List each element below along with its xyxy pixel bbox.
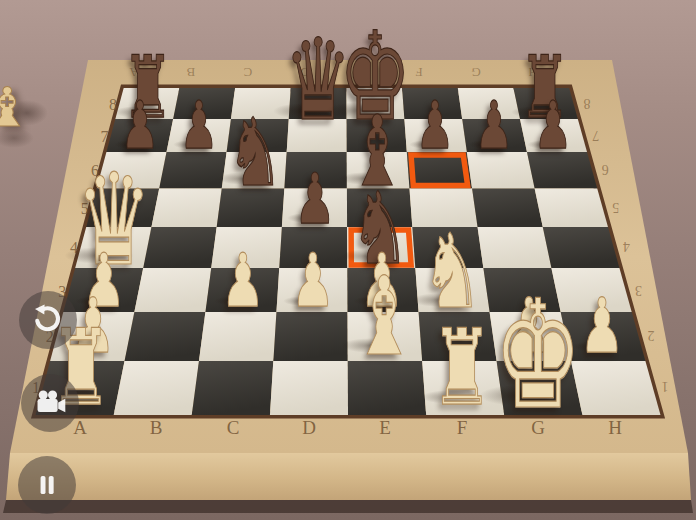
pause-button[interactable] bbox=[18, 456, 76, 514]
piece-white-rook[interactable]: ♜ bbox=[431, 316, 493, 421]
square-h5[interactable] bbox=[535, 189, 608, 228]
rank-label-right: 7 bbox=[592, 128, 599, 143]
piece-white-pawn[interactable]: ♟ bbox=[580, 288, 625, 364]
square-b2[interactable] bbox=[125, 312, 206, 361]
rank-label-right: 3 bbox=[635, 283, 642, 298]
rank-label-right: 1 bbox=[662, 379, 669, 394]
piece-white-pawn[interactable]: ♟ bbox=[221, 244, 265, 318]
square-b4[interactable] bbox=[143, 227, 216, 268]
rank-label-right: 4 bbox=[623, 239, 630, 254]
piece-white-bishop[interactable]: ♝ bbox=[352, 261, 417, 370]
piece-white-king[interactable]: ♚ bbox=[494, 280, 583, 430]
rank-label-right: 8 bbox=[584, 96, 591, 111]
undo-button[interactable] bbox=[19, 291, 77, 349]
undo-arrow-icon bbox=[31, 303, 65, 337]
piece-black-knight[interactable]: ♞ bbox=[227, 106, 283, 200]
square-g5[interactable] bbox=[472, 189, 543, 228]
rank-label-right: 5 bbox=[612, 200, 619, 215]
file-label-top: B bbox=[186, 65, 195, 80]
file-label-bottom: B bbox=[150, 417, 163, 438]
square-c1[interactable] bbox=[192, 361, 274, 415]
square-b5[interactable] bbox=[151, 189, 221, 228]
file-label-bottom: C bbox=[227, 417, 240, 438]
piece-black-pawn[interactable]: ♟ bbox=[294, 164, 335, 234]
rank-label-right: 2 bbox=[647, 328, 654, 343]
square-d1[interactable] bbox=[270, 361, 348, 415]
board-underside-shadow bbox=[3, 500, 693, 513]
piece-white-pawn[interactable]: ♟ bbox=[291, 244, 335, 318]
pause-icon bbox=[32, 470, 62, 500]
square-b1[interactable] bbox=[114, 361, 199, 415]
file-label-bottom: H bbox=[608, 417, 622, 438]
chess-app-scene: ♝ AABBCCDDEEFFGGHH1122334455667788 ♜♛♚♜♟… bbox=[0, 0, 696, 520]
piece-black-pawn[interactable]: ♟ bbox=[416, 94, 455, 160]
file-label-top: C bbox=[244, 65, 253, 80]
square-g4[interactable] bbox=[478, 227, 552, 268]
file-label-top: G bbox=[471, 65, 480, 80]
rank-label-right: 6 bbox=[602, 162, 609, 177]
file-label-top: F bbox=[415, 65, 422, 80]
file-label-bottom: D bbox=[302, 417, 316, 438]
rank-label-left: 8 bbox=[109, 96, 117, 113]
video-camera-icon bbox=[33, 386, 67, 420]
square-h4[interactable] bbox=[543, 227, 620, 268]
rank-label-left: 7 bbox=[100, 128, 108, 145]
piece-black-pawn[interactable]: ♟ bbox=[475, 94, 514, 160]
board-front-face bbox=[6, 453, 691, 500]
piece-black-pawn[interactable]: ♟ bbox=[533, 94, 572, 160]
file-label-bottom: E bbox=[379, 417, 391, 438]
camera-button[interactable] bbox=[21, 374, 79, 432]
piece-black-pawn[interactable]: ♟ bbox=[180, 94, 219, 160]
